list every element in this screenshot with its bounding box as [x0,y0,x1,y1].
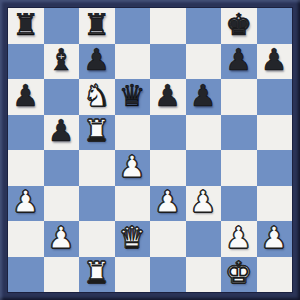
black-pawn-f6: ♟ [190,81,217,111]
square-d5[interactable] [115,115,151,151]
square-h6[interactable] [257,79,293,115]
square-b7[interactable]: ♝ [44,44,80,80]
chess-board: ♜♜♚♝♟♟♟♟♞♛♟♟♟♜♟♟♟♟♟♛♟♟♜♚ [8,8,292,292]
black-pawn-e6: ♟ [154,81,181,111]
square-h8[interactable] [257,8,293,44]
square-a7[interactable] [8,44,44,80]
square-g4[interactable] [221,150,257,186]
square-b1[interactable] [44,257,80,293]
square-e2[interactable] [150,221,186,257]
black-queen-d6: ♛ [119,81,146,111]
square-f8[interactable] [186,8,222,44]
square-c7[interactable]: ♟ [79,44,115,80]
square-d8[interactable] [115,8,151,44]
square-d6[interactable]: ♛ [115,79,151,115]
square-e7[interactable] [150,44,186,80]
square-b8[interactable] [44,8,80,44]
white-pawn-h2: ♟ [261,223,288,253]
square-a4[interactable] [8,150,44,186]
white-rook-c5: ♜ [83,116,110,146]
square-g6[interactable] [221,79,257,115]
white-pawn-d4: ♟ [119,152,146,182]
square-g5[interactable] [221,115,257,151]
black-pawn-a6: ♟ [12,81,39,111]
black-rook-c8: ♜ [83,10,110,40]
square-d2[interactable]: ♛ [115,221,151,257]
square-f3[interactable]: ♟ [186,186,222,222]
square-a1[interactable] [8,257,44,293]
square-b2[interactable]: ♟ [44,221,80,257]
square-h7[interactable]: ♟ [257,44,293,80]
square-f6[interactable]: ♟ [186,79,222,115]
white-knight-c6: ♞ [83,81,110,111]
black-pawn-h7: ♟ [261,45,288,75]
square-a6[interactable]: ♟ [8,79,44,115]
square-d7[interactable] [115,44,151,80]
square-c5[interactable]: ♜ [79,115,115,151]
square-c1[interactable]: ♜ [79,257,115,293]
white-pawn-f3: ♟ [190,187,217,217]
square-e1[interactable] [150,257,186,293]
square-a8[interactable]: ♜ [8,8,44,44]
square-c4[interactable] [79,150,115,186]
square-a2[interactable] [8,221,44,257]
black-pawn-c7: ♟ [83,45,110,75]
square-b3[interactable] [44,186,80,222]
square-f2[interactable] [186,221,222,257]
square-e6[interactable]: ♟ [150,79,186,115]
square-g3[interactable] [221,186,257,222]
square-f1[interactable] [186,257,222,293]
square-h3[interactable] [257,186,293,222]
black-bishop-b7: ♝ [48,45,75,75]
square-h4[interactable] [257,150,293,186]
square-b6[interactable] [44,79,80,115]
square-f4[interactable] [186,150,222,186]
square-d1[interactable] [115,257,151,293]
black-king-g8: ♚ [225,10,252,40]
white-queen-d2: ♛ [119,223,146,253]
square-h2[interactable]: ♟ [257,221,293,257]
square-a3[interactable]: ♟ [8,186,44,222]
black-pawn-b5: ♟ [48,116,75,146]
square-g7[interactable]: ♟ [221,44,257,80]
white-king-g1: ♚ [225,258,252,288]
white-pawn-g2: ♟ [225,223,252,253]
black-pawn-g7: ♟ [225,45,252,75]
white-rook-c1: ♜ [83,258,110,288]
square-b5[interactable]: ♟ [44,115,80,151]
square-c6[interactable]: ♞ [79,79,115,115]
square-d3[interactable] [115,186,151,222]
square-g1[interactable]: ♚ [221,257,257,293]
square-h1[interactable] [257,257,293,293]
square-b4[interactable] [44,150,80,186]
square-c8[interactable]: ♜ [79,8,115,44]
square-g8[interactable]: ♚ [221,8,257,44]
square-a5[interactable] [8,115,44,151]
square-d4[interactable]: ♟ [115,150,151,186]
square-e3[interactable]: ♟ [150,186,186,222]
square-e4[interactable] [150,150,186,186]
square-c3[interactable] [79,186,115,222]
white-pawn-a3: ♟ [12,187,39,217]
square-e8[interactable] [150,8,186,44]
board-frame: ♜♜♚♝♟♟♟♟♞♛♟♟♟♜♟♟♟♟♟♛♟♟♜♚ [0,0,300,300]
black-rook-a8: ♜ [12,10,39,40]
square-e5[interactable] [150,115,186,151]
square-h5[interactable] [257,115,293,151]
white-pawn-e3: ♟ [154,187,181,217]
square-f5[interactable] [186,115,222,151]
white-pawn-b2: ♟ [48,223,75,253]
square-c2[interactable] [79,221,115,257]
square-g2[interactable]: ♟ [221,221,257,257]
square-f7[interactable] [186,44,222,80]
